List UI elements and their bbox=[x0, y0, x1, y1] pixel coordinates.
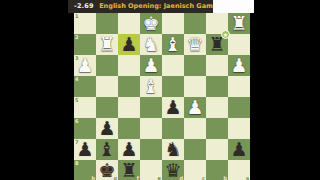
white-queen[interactable]: ♛ bbox=[184, 34, 206, 55]
square-e6[interactable] bbox=[140, 118, 162, 139]
square-a1[interactable]: ♜ bbox=[228, 13, 250, 34]
black-pawn[interactable]: ♟ bbox=[228, 139, 250, 160]
square-c1[interactable] bbox=[184, 13, 206, 34]
white-king[interactable]: ♚ bbox=[140, 13, 162, 34]
square-e3[interactable]: ♟ bbox=[140, 55, 162, 76]
file-label-h: h bbox=[91, 175, 95, 180]
white-rook[interactable]: ♜ bbox=[228, 13, 250, 34]
black-king[interactable]: ♚ bbox=[96, 160, 118, 180]
square-d5[interactable]: ♟ bbox=[162, 97, 184, 118]
square-f6[interactable] bbox=[118, 118, 140, 139]
square-h1[interactable]: 1 bbox=[74, 13, 96, 34]
square-a6[interactable] bbox=[228, 118, 250, 139]
file-label-a: a bbox=[246, 175, 249, 180]
square-b6[interactable] bbox=[206, 118, 228, 139]
white-bishop[interactable]: ♝ bbox=[162, 34, 184, 55]
white-pawn[interactable]: ♟ bbox=[228, 55, 250, 76]
square-h3[interactable]: 3♟ bbox=[74, 55, 96, 76]
white-knight[interactable]: ♞ bbox=[140, 34, 162, 55]
black-rook[interactable]: ♜ bbox=[118, 160, 140, 180]
square-a8[interactable]: a bbox=[228, 160, 250, 180]
square-c6[interactable] bbox=[184, 118, 206, 139]
chess-board[interactable]: 1♚♜2♜♟♞♝♛♜★3♟♟♟4♝5♟♟6♟7♟♝♟♞♟8hg♚f♜ed♛cba bbox=[74, 13, 250, 180]
square-a3[interactable]: ♟ bbox=[228, 55, 250, 76]
square-h7[interactable]: 7♟ bbox=[74, 139, 96, 160]
square-e2[interactable]: ♞ bbox=[140, 34, 162, 55]
file-label-e: e bbox=[158, 175, 161, 180]
square-e1[interactable]: ♚ bbox=[140, 13, 162, 34]
black-pawn[interactable]: ♟ bbox=[74, 139, 96, 160]
square-b7[interactable] bbox=[206, 139, 228, 160]
file-label-c: c bbox=[202, 175, 205, 180]
rank-label-2: 2 bbox=[75, 34, 78, 40]
black-bishop[interactable]: ♝ bbox=[96, 139, 118, 160]
square-d6[interactable] bbox=[162, 118, 184, 139]
white-rook[interactable]: ♜ bbox=[96, 34, 118, 55]
square-d2[interactable]: ♝ bbox=[162, 34, 184, 55]
black-pawn[interactable]: ♟ bbox=[118, 139, 140, 160]
black-queen[interactable]: ♛ bbox=[162, 160, 184, 180]
square-e8[interactable]: e bbox=[140, 160, 162, 180]
rank-label-4: 4 bbox=[75, 76, 78, 82]
square-c3[interactable] bbox=[184, 55, 206, 76]
square-g5[interactable] bbox=[96, 97, 118, 118]
black-knight[interactable]: ♞ bbox=[162, 139, 184, 160]
rank-label-8: 8 bbox=[75, 160, 78, 166]
chess-app-region: -2.69 English Opening: Jaenisch Gambit 1… bbox=[62, 0, 258, 180]
square-g1[interactable] bbox=[96, 13, 118, 34]
square-e5[interactable] bbox=[140, 97, 162, 118]
video-frame: -2.69 English Opening: Jaenisch Gambit 1… bbox=[0, 0, 320, 180]
rank-label-1: 1 bbox=[75, 13, 78, 19]
square-c2[interactable]: ♛ bbox=[184, 34, 206, 55]
black-pawn[interactable]: ♟ bbox=[96, 118, 118, 139]
square-c5[interactable]: ♟ bbox=[184, 97, 206, 118]
square-h5[interactable]: 5 bbox=[74, 97, 96, 118]
square-h2[interactable]: 2 bbox=[74, 34, 96, 55]
square-b2[interactable]: ♜★ bbox=[206, 34, 228, 55]
rank-label-6: 6 bbox=[75, 118, 78, 124]
square-f2[interactable]: ♟ bbox=[118, 34, 140, 55]
square-d4[interactable] bbox=[162, 76, 184, 97]
square-d3[interactable] bbox=[162, 55, 184, 76]
square-f4[interactable] bbox=[118, 76, 140, 97]
square-c8[interactable]: c bbox=[184, 160, 206, 180]
square-a2[interactable] bbox=[228, 34, 250, 55]
square-g3[interactable] bbox=[96, 55, 118, 76]
square-a4[interactable] bbox=[228, 76, 250, 97]
square-g6[interactable]: ♟ bbox=[96, 118, 118, 139]
square-g7[interactable]: ♝ bbox=[96, 139, 118, 160]
square-b5[interactable] bbox=[206, 97, 228, 118]
white-pawn[interactable]: ♟ bbox=[184, 97, 206, 118]
square-c7[interactable] bbox=[184, 139, 206, 160]
square-d1[interactable] bbox=[162, 13, 184, 34]
black-pawn[interactable]: ♟ bbox=[162, 97, 184, 118]
square-h6[interactable]: 6 bbox=[74, 118, 96, 139]
square-h8[interactable]: 8h bbox=[74, 160, 96, 180]
white-pawn[interactable]: ♟ bbox=[74, 55, 96, 76]
white-pawn[interactable]: ♟ bbox=[140, 55, 162, 76]
best-move-star-icon: ★ bbox=[221, 30, 230, 39]
square-b8[interactable]: b bbox=[206, 160, 228, 180]
square-b4[interactable] bbox=[206, 76, 228, 97]
square-b3[interactable] bbox=[206, 55, 228, 76]
black-pawn[interactable]: ♟ bbox=[118, 34, 140, 55]
square-f8[interactable]: f♜ bbox=[118, 160, 140, 180]
square-a5[interactable] bbox=[228, 97, 250, 118]
square-a7[interactable]: ♟ bbox=[228, 139, 250, 160]
square-c4[interactable] bbox=[184, 76, 206, 97]
star-glyph: ★ bbox=[223, 31, 228, 38]
file-label-b: b bbox=[223, 175, 227, 180]
rank-label-5: 5 bbox=[75, 97, 78, 103]
white-bishop[interactable]: ♝ bbox=[140, 76, 162, 97]
square-e4[interactable]: ♝ bbox=[140, 76, 162, 97]
square-f1[interactable] bbox=[118, 13, 140, 34]
square-g4[interactable] bbox=[96, 76, 118, 97]
square-d8[interactable]: d♛ bbox=[162, 160, 184, 180]
square-f5[interactable] bbox=[118, 97, 140, 118]
square-h4[interactable]: 4 bbox=[74, 76, 96, 97]
square-g2[interactable]: ♜ bbox=[96, 34, 118, 55]
square-f7[interactable]: ♟ bbox=[118, 139, 140, 160]
square-d7[interactable]: ♞ bbox=[162, 139, 184, 160]
square-e7[interactable] bbox=[140, 139, 162, 160]
square-g8[interactable]: g♚ bbox=[96, 160, 118, 180]
square-f3[interactable] bbox=[118, 55, 140, 76]
